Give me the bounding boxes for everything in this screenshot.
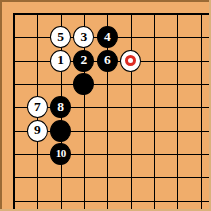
stone-white-move-7: 7 <box>27 96 48 118</box>
stone-white-circle-marked <box>120 50 141 72</box>
board-intersection: 5 <box>49 26 72 49</box>
board-intersection: 10 <box>49 142 72 165</box>
stone-black <box>73 73 94 95</box>
board-intersection: 8 <box>49 96 72 119</box>
stone-black-move-2: 2 <box>73 50 94 72</box>
stone-black-move-4: 4 <box>97 26 118 48</box>
stone-black <box>50 120 71 142</box>
diagram-bevel-top <box>0 0 211 2</box>
stone-black-move-6: 6 <box>97 50 118 72</box>
go-stones-grid: 12345678910 <box>2 2 211 211</box>
diagram-bevel-right <box>209 0 211 211</box>
stone-black-move-10: 10 <box>50 143 71 165</box>
board-intersection: 1 <box>49 49 72 72</box>
board-intersection <box>49 119 72 142</box>
diagram-bevel-bottom <box>0 209 211 211</box>
stone-white-move-3: 3 <box>73 26 94 48</box>
board-intersection <box>72 72 95 95</box>
board-intersection: 2 <box>72 49 95 72</box>
stone-white-move-1: 1 <box>50 50 71 72</box>
board-intersection: 6 <box>96 49 119 72</box>
go-board-diagram: 12345678910 <box>0 0 211 211</box>
stone-white-move-9: 9 <box>27 120 48 142</box>
board-intersection: 9 <box>26 119 49 142</box>
stone-black-move-8: 8 <box>50 96 71 118</box>
board-intersection: 4 <box>96 26 119 49</box>
board-intersection <box>119 49 142 72</box>
diagram-bevel-left <box>0 0 2 211</box>
red-circle-mark-icon <box>125 55 136 66</box>
board-intersection: 3 <box>72 26 95 49</box>
stone-white-move-5: 5 <box>50 26 71 48</box>
board-intersection: 7 <box>26 96 49 119</box>
